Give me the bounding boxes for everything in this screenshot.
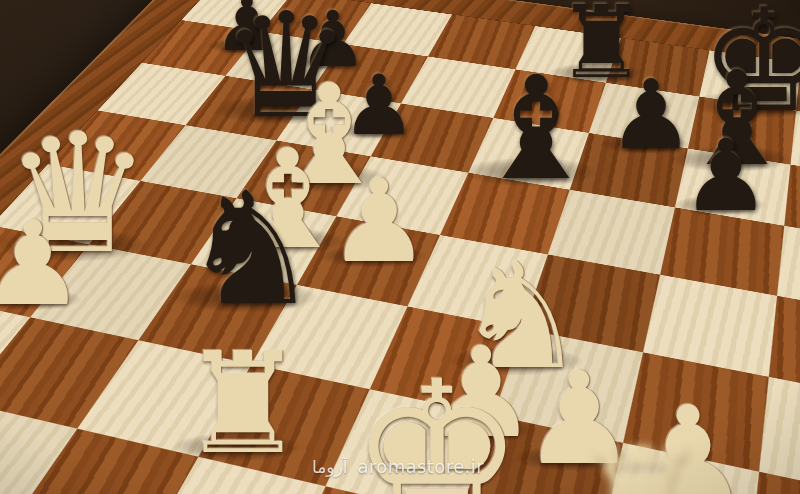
piece-white-rook-c2: ♜	[180, 334, 306, 474]
piece-white-pawn-a3: ♟	[0, 205, 85, 322]
watermark-persian-text: آروما	[312, 457, 347, 477]
piece-white-rook-f1: ♜	[569, 429, 712, 494]
piece-white-pawn-d4: ♟	[327, 164, 430, 279]
pieces-layer: ♟♟♛♟♜♚♝♟♟♝♞♛♟♝♝♟♞♜♟♚♟♟♜	[0, 0, 800, 494]
chess-photo-scene: ♟♟♛♟♜♚♝♟♟♝♞♛♟♝♝♟♞♜♟♚♟♟♜ آروماaromastore.…	[0, 0, 800, 494]
watermark: آروماaromastore.ir	[312, 456, 484, 477]
piece-black-bishop-e6: ♝	[472, 57, 600, 200]
piece-black-pawn-g6: ♟	[682, 126, 771, 225]
piece-black-knight-c3: ♞	[181, 171, 321, 327]
watermark-site-text: aromastore.ir	[357, 456, 483, 477]
